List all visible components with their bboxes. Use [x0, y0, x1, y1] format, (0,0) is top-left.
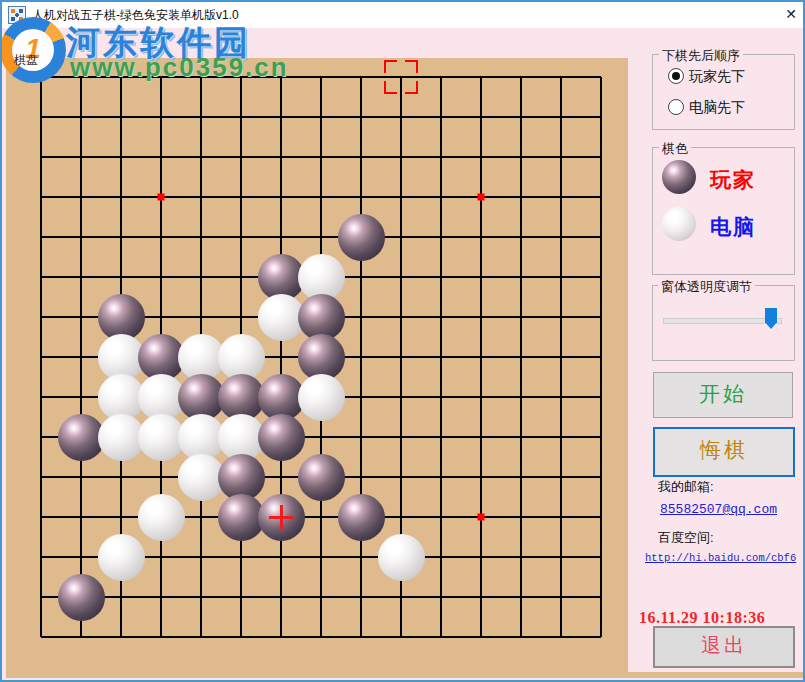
gomoku-board[interactable] [6, 58, 628, 678]
email-link[interactable]: 85582507@qq.com [660, 502, 777, 517]
opacity-group-label: 窗体透明度调节 [658, 278, 755, 296]
move-order-group [652, 54, 795, 130]
app-window: 人机对战五子棋-绿色免安装单机版v1.0 ✕ 棋盘 1 河东软件园 www.pc… [0, 0, 805, 682]
stone-color-group-label: 棋色 [659, 140, 691, 158]
stone-light [378, 534, 425, 581]
app-icon [8, 6, 26, 24]
stone-dark [298, 454, 345, 501]
exit-button[interactable]: 退出 [653, 626, 795, 668]
stone-dark [338, 494, 385, 541]
cursor-marker [384, 60, 418, 94]
email-label: 我的邮箱: [658, 478, 714, 496]
board-label: 棋盘 [14, 52, 38, 69]
datetime-label: 16.11.29 10:18:36 [639, 609, 765, 627]
stone-light [98, 534, 145, 581]
window-title: 人机对战五子棋-绿色免安装单机版v1.0 [32, 7, 239, 24]
undo-button[interactable]: 悔棋 [653, 427, 795, 477]
stone-layer [40, 76, 602, 638]
blog-link[interactable]: http://hi.baidu.com/cbf6 [645, 552, 796, 564]
start-button[interactable]: 开始 [653, 372, 793, 418]
stone-dark [58, 574, 105, 621]
stone-light [298, 374, 345, 421]
opacity-group [652, 285, 795, 361]
bottom-strip [628, 672, 805, 678]
last-move-marker [269, 505, 293, 529]
stone-dark [258, 414, 305, 461]
stone-color-group [652, 147, 795, 275]
stone-dark [338, 214, 385, 261]
blog-label: 百度空间: [658, 529, 714, 547]
title-bar[interactable]: 人机对战五子棋-绿色免安装单机版v1.0 ✕ [0, 0, 805, 28]
move-order-group-label: 下棋先后顺序 [659, 47, 743, 65]
stone-light [138, 494, 185, 541]
close-icon[interactable]: ✕ [780, 4, 802, 25]
